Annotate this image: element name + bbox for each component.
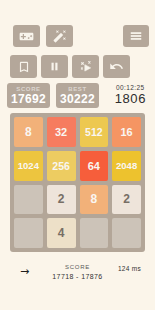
score-value: 17692 [11, 93, 46, 106]
tile-8: 8 [14, 117, 43, 147]
move-count: 1806 [115, 92, 146, 106]
hamburger-menu-icon [129, 29, 143, 43]
tile-16: 16 [112, 117, 141, 147]
tile-4: 4 [47, 218, 76, 248]
tile-32: 32 [47, 117, 76, 147]
app-2048: { "game": "2048", "position": { "rows": … [0, 0, 155, 310]
tile-256: 256 [47, 151, 76, 181]
undo-button[interactable] [103, 55, 130, 78]
hint-button[interactable] [46, 25, 73, 47]
empty-cell [80, 218, 109, 248]
ai-score-block: SCORE 17718 - 17876 [40, 264, 115, 281]
new-game-button[interactable] [13, 25, 40, 47]
best-value: 30222 [60, 93, 95, 106]
best-badge: BEST 30222 [56, 83, 99, 108]
game-board[interactable]: 8325121610242566420482824 [10, 113, 145, 252]
empty-cell [14, 185, 43, 215]
tile-2048: 2048 [112, 151, 141, 181]
ai-score-label: SCORE [40, 264, 115, 271]
tile-2: 2 [112, 185, 141, 215]
save-button[interactable] [10, 55, 37, 78]
tile-2: 2 [47, 185, 76, 215]
empty-cell [14, 218, 43, 248]
empty-cell [112, 218, 141, 248]
ai-score-range: 17718 - 17876 [40, 273, 115, 281]
timer-block: 00:12:25 1806 [115, 84, 146, 106]
gamepad-icon [19, 29, 34, 44]
tile-1024: 1024 [14, 151, 43, 181]
tile-8: 8 [80, 185, 109, 215]
autoplay-button[interactable] [72, 55, 99, 78]
undo-icon [109, 59, 124, 74]
magic-wand-icon [53, 29, 67, 43]
pause-icon [48, 60, 61, 73]
tile-512: 512 [80, 117, 109, 147]
score-badge: SCORE 17692 [7, 83, 50, 108]
menu-button[interactable] [123, 25, 149, 47]
suggested-move-arrow: → [20, 265, 29, 278]
pause-button[interactable] [41, 55, 68, 78]
tile-64: 64 [80, 151, 109, 181]
compute-time: 124 ms [118, 265, 141, 272]
autoplay-icon [79, 60, 93, 74]
bookmark-icon [17, 60, 31, 74]
